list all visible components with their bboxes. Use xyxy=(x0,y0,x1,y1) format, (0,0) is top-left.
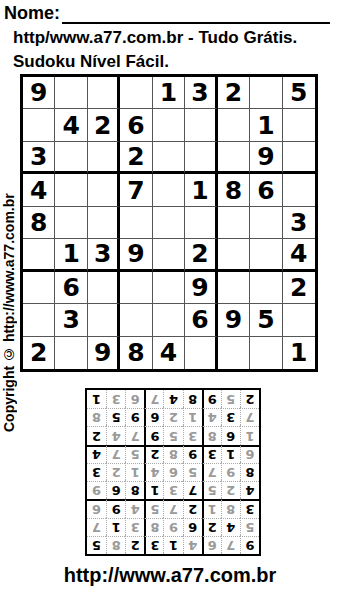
solution-cell-r8c2: 3 xyxy=(221,408,240,426)
solution-cell-r6c2: 1 xyxy=(221,445,240,463)
solution-cell-r5c5: 6 xyxy=(163,463,182,481)
solution-cell-r7c2: 6 xyxy=(221,426,240,444)
solution-cell-r9c5: 4 xyxy=(163,390,182,408)
solution-cell-r1c6: 3 xyxy=(144,536,163,554)
solution-cell-r2c2: 4 xyxy=(221,518,240,536)
puzzle-cell-r1c8[interactable] xyxy=(250,77,282,109)
puzzle-cell-r1c9[interactable]: 5 xyxy=(283,77,315,109)
puzzle-cell-r1c1[interactable]: 9 xyxy=(23,77,55,109)
puzzle-cell-r7c8[interactable] xyxy=(250,272,282,304)
solution-cell-r5c3: 7 xyxy=(202,463,221,481)
solution-cell-r9c8: 3 xyxy=(106,390,125,408)
puzzle-cell-r5c9[interactable]: 3 xyxy=(283,207,315,239)
solution-cell-r2c9: 7 xyxy=(87,518,106,536)
puzzle-cell-r7c7[interactable] xyxy=(218,272,250,304)
puzzle-cell-r8c1[interactable] xyxy=(23,304,55,336)
puzzle-cell-r6c4[interactable]: 9 xyxy=(120,239,152,271)
solution-cell-r3c4: 2 xyxy=(183,499,202,517)
solution-cell-r2c5: 9 xyxy=(163,518,182,536)
solution-cell-r9c3: 9 xyxy=(202,390,221,408)
puzzle-cell-r6c7[interactable] xyxy=(218,239,250,271)
solution-cell-r8c6: 6 xyxy=(144,408,163,426)
sudoku-worksheet: { "game": "sudoku", "header": { "name_la… xyxy=(0,0,340,596)
solution-cell-r1c8: 8 xyxy=(106,536,125,554)
solution-cell-r5c1: 8 xyxy=(240,463,259,481)
solution-cell-r2c8: 1 xyxy=(106,518,125,536)
solution-cell-r4c1: 4 xyxy=(240,481,259,499)
solution-cell-r8c9: 8 xyxy=(87,408,106,426)
puzzle-cell-r4c5[interactable] xyxy=(153,174,185,206)
puzzle-cell-r5c1[interactable]: 8 xyxy=(23,207,55,239)
solution-cell-r2c1: 5 xyxy=(240,518,259,536)
puzzle-cell-r3c5[interactable] xyxy=(153,142,185,174)
solution-cell-r2c4: 6 xyxy=(183,518,202,536)
puzzle-cell-r1c6[interactable]: 3 xyxy=(185,77,217,109)
puzzle-cell-r7c5[interactable] xyxy=(153,272,185,304)
solution-cell-r3c3: 1 xyxy=(202,499,221,517)
puzzle-cell-r3c9[interactable] xyxy=(283,142,315,174)
solution-cell-r8c1: 7 xyxy=(240,408,259,426)
puzzle-cell-r9c4[interactable]: 8 xyxy=(120,337,152,369)
solution-cell-r6c5: 8 xyxy=(163,445,182,463)
puzzle-cell-r3c2[interactable] xyxy=(55,142,87,174)
puzzle-cell-r4c1[interactable]: 4 xyxy=(23,174,55,206)
copyright-text: Copyright © http://www.a77.com.br xyxy=(1,130,17,432)
puzzle-cell-r3c4[interactable]: 2 xyxy=(120,142,152,174)
solution-cell-r9c7: 6 xyxy=(125,390,144,408)
solution-cell-r3c8: 9 xyxy=(106,499,125,517)
puzzle-cell-r7c2[interactable]: 6 xyxy=(55,272,87,304)
puzzle-cell-r1c3[interactable] xyxy=(88,77,120,109)
puzzle-cell-r8c3[interactable] xyxy=(88,304,120,336)
puzzle-cell-r4c4[interactable]: 7 xyxy=(120,174,152,206)
puzzle-cell-r5c3[interactable] xyxy=(88,207,120,239)
puzzle-cell-r3c1[interactable]: 3 xyxy=(23,142,55,174)
solution-cell-r5c9: 3 xyxy=(87,463,106,481)
puzzle-cell-r9c2[interactable] xyxy=(55,337,87,369)
puzzle-cell-r8c4[interactable] xyxy=(120,304,152,336)
solution-cell-r9c6: 7 xyxy=(144,390,163,408)
solution-cell-r1c1: 9 xyxy=(240,536,259,554)
solution-cell-r3c2: 8 xyxy=(221,499,240,517)
puzzle-cell-r9c8[interactable] xyxy=(250,337,282,369)
puzzle-cell-r1c7[interactable]: 2 xyxy=(218,77,250,109)
solution-cell-r4c3: 5 xyxy=(202,481,221,499)
solution-cell-r8c8: 5 xyxy=(106,408,125,426)
name-row: Nome: xyxy=(4,3,330,24)
puzzle-cell-r5c2[interactable] xyxy=(55,207,87,239)
solution-cell-r7c9: 2 xyxy=(87,426,106,444)
solution-cell-r7c6: 9 xyxy=(144,426,163,444)
puzzle-cell-r8c2[interactable]: 3 xyxy=(55,304,87,336)
solution-cell-r8c5: 2 xyxy=(163,408,182,426)
puzzle-title: Sudoku Nível Fácil. xyxy=(13,52,169,72)
puzzle-cell-r9c9[interactable]: 1 xyxy=(283,337,315,369)
puzzle-cell-r9c7[interactable] xyxy=(218,337,250,369)
solution-cell-r6c3: 3 xyxy=(202,445,221,463)
puzzle-cell-r5c5[interactable] xyxy=(153,207,185,239)
puzzle-cell-r7c3[interactable] xyxy=(88,272,120,304)
puzzle-cell-r3c6[interactable] xyxy=(185,142,217,174)
puzzle-cell-r7c9[interactable]: 2 xyxy=(283,272,315,304)
solution-cell-r6c1: 6 xyxy=(240,445,259,463)
puzzle-cell-r2c3[interactable]: 2 xyxy=(88,109,120,141)
puzzle-cell-r6c1[interactable] xyxy=(23,239,55,271)
puzzle-cell-r6c8[interactable] xyxy=(250,239,282,271)
footer-url: http://www.a77.com.br xyxy=(0,564,340,587)
puzzle-cell-r2c4[interactable]: 6 xyxy=(120,109,152,141)
puzzle-cell-r4c8[interactable]: 6 xyxy=(250,174,282,206)
puzzle-cell-r2c8[interactable]: 1 xyxy=(250,109,282,141)
puzzle-cell-r2c2[interactable]: 4 xyxy=(55,109,87,141)
site-tagline: http/www.a77.com.br - Tudo Grátis. xyxy=(13,28,297,48)
name-input-line[interactable] xyxy=(62,4,330,24)
puzzle-cell-r5c6[interactable] xyxy=(185,207,217,239)
solution-cell-r6c9: 4 xyxy=(87,445,106,463)
puzzle-cell-r3c3[interactable] xyxy=(88,142,120,174)
solution-cell-r7c4: 3 xyxy=(183,426,202,444)
solution-cell-r1c7: 2 xyxy=(125,536,144,554)
solution-cell-r1c3: 6 xyxy=(202,536,221,554)
solution-cell-r5c7: 1 xyxy=(125,463,144,481)
solution-cell-r8c3: 4 xyxy=(202,408,221,426)
puzzle-cell-r8c9[interactable] xyxy=(283,304,315,336)
puzzle-cell-r9c1[interactable]: 2 xyxy=(23,337,55,369)
solution-cell-r5c4: 5 xyxy=(183,463,202,481)
solution-cell-r4c7: 8 xyxy=(125,481,144,499)
solution-cell-r7c7: 7 xyxy=(125,426,144,444)
puzzle-cell-r1c4[interactable] xyxy=(120,77,152,109)
solution-cell-r6c7: 5 xyxy=(125,445,144,463)
solution-cell-r3c5: 7 xyxy=(163,499,182,517)
solution-cell-r3c6: 5 xyxy=(144,499,163,517)
solution-cell-r5c2: 9 xyxy=(221,463,240,481)
puzzle-cell-r6c5[interactable] xyxy=(153,239,185,271)
puzzle-cell-r5c8[interactable] xyxy=(250,207,282,239)
solution-cell-r6c4: 9 xyxy=(183,445,202,463)
solution-cell-r9c2: 5 xyxy=(221,390,240,408)
solution-cell-r1c2: 7 xyxy=(221,536,240,554)
puzzle-cell-r8c7[interactable]: 9 xyxy=(218,304,250,336)
puzzle-cell-r4c2[interactable] xyxy=(55,174,87,206)
puzzle-cell-r7c6[interactable]: 9 xyxy=(185,272,217,304)
puzzle-cell-r6c6[interactable]: 2 xyxy=(185,239,217,271)
solution-cell-r7c5: 5 xyxy=(163,426,182,444)
puzzle-cell-r3c7[interactable] xyxy=(218,142,250,174)
puzzle-cell-r4c7[interactable]: 8 xyxy=(218,174,250,206)
puzzle-cell-r2c6[interactable] xyxy=(185,109,217,141)
puzzle-cell-r9c5[interactable]: 4 xyxy=(153,337,185,369)
puzzle-cell-r4c9[interactable] xyxy=(283,174,315,206)
solution-cell-r8c7: 9 xyxy=(125,408,144,426)
puzzle-cell-r1c2[interactable] xyxy=(55,77,87,109)
solution-cell-r9c1: 2 xyxy=(240,390,259,408)
puzzle-cell-r8c8[interactable]: 5 xyxy=(250,304,282,336)
solution-cell-r2c7: 3 xyxy=(125,518,144,536)
name-label: Nome: xyxy=(4,3,60,24)
puzzle-cell-r4c3[interactable] xyxy=(88,174,120,206)
solution-cell-r6c6: 2 xyxy=(144,445,163,463)
puzzle-cell-r7c1[interactable] xyxy=(23,272,55,304)
solution-cell-r9c4: 8 xyxy=(183,390,202,408)
solution-cell-r5c8: 2 xyxy=(106,463,125,481)
puzzle-cell-r8c5[interactable] xyxy=(153,304,185,336)
puzzle-cell-r9c6[interactable] xyxy=(185,337,217,369)
solution-cell-r3c7: 4 xyxy=(125,499,144,517)
puzzle-cell-r6c9[interactable]: 4 xyxy=(283,239,315,271)
solution-cell-r3c9: 6 xyxy=(87,499,106,517)
puzzle-grid: 913254261329471868313924692369529841 xyxy=(20,74,318,372)
solution-cell-r7c3: 8 xyxy=(202,426,221,444)
solution-cell-r7c8: 4 xyxy=(106,426,125,444)
puzzle-cell-r6c2[interactable]: 1 xyxy=(55,239,87,271)
solution-cell-r1c5: 1 xyxy=(163,536,182,554)
solution-cell-r4c9: 9 xyxy=(87,481,106,499)
solution-cell-r1c9: 5 xyxy=(87,536,106,554)
puzzle-cell-r3c8[interactable]: 9 xyxy=(250,142,282,174)
solution-cell-r2c3: 2 xyxy=(202,518,221,536)
puzzle-cell-r8c6[interactable]: 6 xyxy=(185,304,217,336)
solution-cell-r8c4: 1 xyxy=(183,408,202,426)
solution-cell-r4c8: 6 xyxy=(106,481,125,499)
solution-cell-r4c5: 3 xyxy=(163,481,182,499)
puzzle-cell-r2c5[interactable] xyxy=(153,109,185,141)
solution-cell-r6c8: 7 xyxy=(106,445,125,463)
solution-grid: 9764132855426983173812754964257318698975… xyxy=(85,388,261,556)
solution-cell-r1c4: 4 xyxy=(183,536,202,554)
solution-cell-r5c6: 4 xyxy=(144,463,163,481)
puzzle-cell-r2c1[interactable] xyxy=(23,109,55,141)
solution-cell-r3c1: 3 xyxy=(240,499,259,517)
puzzle-cell-r5c7[interactable] xyxy=(218,207,250,239)
puzzle-cell-r5c4[interactable] xyxy=(120,207,152,239)
puzzle-cell-r1c5[interactable]: 1 xyxy=(153,77,185,109)
solution-cell-r9c9: 1 xyxy=(87,390,106,408)
puzzle-cell-r2c9[interactable] xyxy=(283,109,315,141)
solution-cell-r4c6: 1 xyxy=(144,481,163,499)
puzzle-cell-r7c4[interactable] xyxy=(120,272,152,304)
solution-cell-r2c6: 8 xyxy=(144,518,163,536)
puzzle-cell-r2c7[interactable] xyxy=(218,109,250,141)
solution-cell-r4c2: 2 xyxy=(221,481,240,499)
puzzle-cell-r4c6[interactable]: 1 xyxy=(185,174,217,206)
puzzle-cell-r6c3[interactable]: 3 xyxy=(88,239,120,271)
puzzle-cell-r9c3[interactable]: 9 xyxy=(88,337,120,369)
solution-cell-r7c1: 1 xyxy=(240,426,259,444)
solution-cell-r4c4: 7 xyxy=(183,481,202,499)
